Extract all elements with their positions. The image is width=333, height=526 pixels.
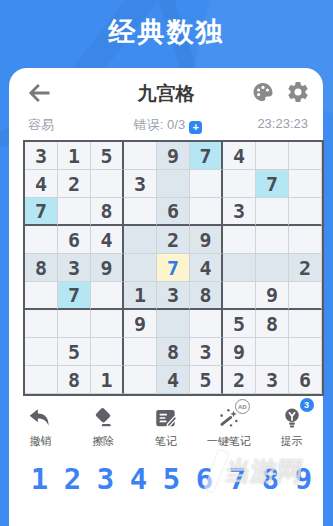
cell-r5c3[interactable]: 9: [91, 254, 124, 282]
cell-r2c8[interactable]: 7: [256, 170, 289, 198]
gear-icon: [286, 80, 310, 104]
cell-r4c3[interactable]: 4: [91, 226, 124, 254]
cell-r6c5[interactable]: 3: [157, 282, 190, 310]
cell-r8c1[interactable]: [25, 338, 58, 366]
notes-button[interactable]: 笔记: [135, 404, 198, 456]
cell-r9c9[interactable]: 6: [289, 366, 322, 394]
cell-r1c6[interactable]: 7: [190, 142, 223, 170]
numpad-4[interactable]: 4: [122, 458, 155, 500]
add-mistakes-button[interactable]: +: [189, 121, 202, 134]
cell-r2c3[interactable]: [91, 170, 124, 198]
cell-r5c9[interactable]: 2: [289, 254, 322, 282]
cell-r4c6[interactable]: 9: [190, 226, 223, 254]
cell-r6c4[interactable]: 1: [124, 282, 157, 310]
cell-r7c6[interactable]: [190, 310, 223, 338]
cell-r1c8[interactable]: [256, 142, 289, 170]
cell-r5c2[interactable]: 3: [58, 254, 91, 282]
cell-r3c4[interactable]: [124, 198, 157, 226]
status-bar: 容易 错误: 0/3+ 23:23:23: [28, 114, 308, 132]
cell-r8c6[interactable]: 3: [190, 338, 223, 366]
cell-r6c9[interactable]: [289, 282, 322, 310]
tool-label: 撤销: [29, 434, 51, 449]
tool-label: 笔记: [155, 434, 177, 449]
cell-r7c4[interactable]: 9: [124, 310, 157, 338]
cell-r1c1[interactable]: 3: [25, 142, 58, 170]
cell-r5c6[interactable]: 4: [190, 254, 223, 282]
notes-icon: [153, 405, 179, 431]
cell-r1c7[interactable]: 4: [223, 142, 256, 170]
cell-r4c5[interactable]: 2: [157, 226, 190, 254]
cell-r5c8[interactable]: [256, 254, 289, 282]
undo-button[interactable]: 撤销: [9, 404, 72, 456]
cell-r9c4[interactable]: [124, 366, 157, 394]
cell-r1c4[interactable]: [124, 142, 157, 170]
numpad-1[interactable]: 1: [23, 458, 56, 500]
cell-r8c3[interactable]: [91, 338, 124, 366]
sudoku-board: 3159744237786364298397427138995858398145…: [23, 140, 324, 396]
cell-r2c9[interactable]: [289, 170, 322, 198]
cell-r3c3[interactable]: 8: [91, 198, 124, 226]
cell-r3c7[interactable]: 3: [223, 198, 256, 226]
cell-r1c5[interactable]: 9: [157, 142, 190, 170]
numpad-9[interactable]: 9: [287, 458, 320, 500]
palette-icon: [251, 80, 275, 104]
hint-button[interactable]: 3 提示: [260, 404, 323, 456]
cell-r3c8[interactable]: [256, 198, 289, 226]
app-title: 经典数独: [0, 14, 333, 50]
numpad-5[interactable]: 5: [155, 458, 188, 500]
app-screen: 经典数独 九宫格: [0, 0, 333, 526]
cell-r7c7[interactable]: 5: [223, 310, 256, 338]
cell-r8c4[interactable]: [124, 338, 157, 366]
cell-r8c7[interactable]: 9: [223, 338, 256, 366]
hint-count-badge: 3: [300, 398, 314, 412]
cell-r8c5[interactable]: 8: [157, 338, 190, 366]
cell-r1c2[interactable]: 1: [58, 142, 91, 170]
cell-r2c6[interactable]: [190, 170, 223, 198]
cell-r3c2[interactable]: [58, 198, 91, 226]
erase-button[interactable]: 擦除: [72, 404, 135, 456]
game-card: 九宫格 容易: [9, 68, 323, 526]
cell-r9c5[interactable]: 4: [157, 366, 190, 394]
cell-r7c3[interactable]: [91, 310, 124, 338]
toolbar: 撤销 擦除: [9, 404, 323, 456]
cell-r6c2[interactable]: 7: [58, 282, 91, 310]
tool-label: 擦除: [92, 434, 114, 449]
theme-palette-button[interactable]: [251, 80, 275, 104]
cell-r9c1[interactable]: [25, 366, 58, 394]
cell-r4c7[interactable]: [223, 226, 256, 254]
cell-r1c3[interactable]: 5: [91, 142, 124, 170]
cell-r9c6[interactable]: 5: [190, 366, 223, 394]
numpad-7[interactable]: 7: [221, 458, 254, 500]
cell-r1c9[interactable]: [289, 142, 322, 170]
cell-r4c9[interactable]: [289, 226, 322, 254]
cell-r9c7[interactable]: 2: [223, 366, 256, 394]
auto-notes-button[interactable]: AD 一键笔记: [197, 404, 260, 456]
cell-r6c6[interactable]: 8: [190, 282, 223, 310]
cell-r4c1[interactable]: [25, 226, 58, 254]
cell-r5c7[interactable]: [223, 254, 256, 282]
cell-r2c2[interactable]: 2: [58, 170, 91, 198]
cell-r8c2[interactable]: 5: [58, 338, 91, 366]
cell-r3c1[interactable]: 7: [25, 198, 58, 226]
cell-r9c8[interactable]: 3: [256, 366, 289, 394]
tool-label: 一键笔记: [207, 434, 251, 449]
undo-icon: [27, 405, 53, 431]
cell-r9c3[interactable]: 1: [91, 366, 124, 394]
cell-r6c3[interactable]: [91, 282, 124, 310]
cell-r9c2[interactable]: 8: [58, 366, 91, 394]
cell-r3c6[interactable]: [190, 198, 223, 226]
cell-r6c7[interactable]: [223, 282, 256, 310]
cell-r8c9[interactable]: [289, 338, 322, 366]
cell-r5c1[interactable]: 8: [25, 254, 58, 282]
cell-r2c5[interactable]: [157, 170, 190, 198]
settings-button[interactable]: [286, 80, 310, 104]
cell-r2c4[interactable]: 3: [124, 170, 157, 198]
ad-badge: AD: [235, 399, 250, 414]
mistakes-value: 0/3: [167, 117, 185, 132]
cell-r7c5[interactable]: [157, 310, 190, 338]
cell-r6c1[interactable]: [25, 282, 58, 310]
cell-r2c1[interactable]: 4: [25, 170, 58, 198]
cell-r7c1[interactable]: [25, 310, 58, 338]
cell-r7c8[interactable]: 8: [256, 310, 289, 338]
game-timer: 23:23:23: [257, 116, 308, 131]
cell-r2c7[interactable]: [223, 170, 256, 198]
cell-r5c4[interactable]: [124, 254, 157, 282]
cell-r7c2[interactable]: [58, 310, 91, 338]
cell-r3c9[interactable]: [289, 198, 322, 226]
cell-r5c5[interactable]: 7: [157, 254, 190, 282]
number-pad: 1 2 3 4 5 6 7 8 9: [23, 458, 320, 500]
cell-r7c9[interactable]: [289, 310, 322, 338]
cell-r6c8[interactable]: 9: [256, 282, 289, 310]
eraser-icon: [90, 405, 116, 431]
cell-r4c2[interactable]: 6: [58, 226, 91, 254]
numpad-3[interactable]: 3: [89, 458, 122, 500]
nav-bar: 九宫格: [9, 78, 323, 108]
cell-r8c8[interactable]: [256, 338, 289, 366]
cell-r3c5[interactable]: 6: [157, 198, 190, 226]
tool-label: 提示: [281, 434, 303, 449]
cell-r4c8[interactable]: [256, 226, 289, 254]
numpad-8[interactable]: 8: [254, 458, 287, 500]
cell-r4c4[interactable]: [124, 226, 157, 254]
numpad-6[interactable]: 6: [188, 458, 221, 500]
numpad-2[interactable]: 2: [56, 458, 89, 500]
mistakes-label: 错误:: [134, 117, 164, 132]
